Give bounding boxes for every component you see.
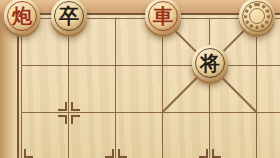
board-grid[interactable] [21, 18, 280, 158]
marker-corner [118, 149, 127, 158]
point-marker-e4 [197, 147, 221, 158]
hidden-piece-inner-ring [249, 8, 265, 24]
marker-corner [199, 149, 208, 158]
marker-corner [24, 149, 33, 158]
marker-corner [58, 102, 67, 111]
marker-corner [58, 115, 67, 124]
grid-cell [115, 65, 162, 112]
xiangqi-board[interactable]: 炮卒車将 [0, 0, 280, 158]
marker-corner [71, 102, 80, 111]
piece-character: 卒 [59, 6, 79, 26]
board-top-frame [0, 0, 280, 15]
grid-cell [256, 112, 280, 158]
grid-cell [256, 65, 280, 112]
marker-corner [71, 115, 80, 124]
piece-character: 炮 [12, 6, 32, 26]
point-marker-b3 [56, 100, 80, 124]
piece-character: 将 [200, 53, 220, 73]
marker-corner [212, 149, 221, 158]
marker-corner [105, 149, 114, 158]
point-marker-a4 [9, 147, 33, 158]
board-left-frame [0, 13, 19, 158]
piece-character: 車 [153, 6, 173, 26]
piece-general-e2[interactable]: 将 [192, 45, 228, 81]
point-marker-c4 [103, 147, 127, 158]
